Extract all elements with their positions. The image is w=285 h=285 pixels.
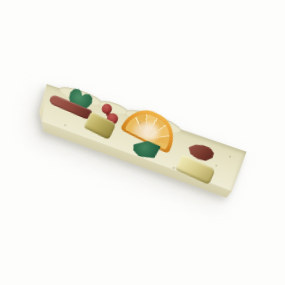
scene-white-background <box>0 0 285 285</box>
white-chocolate-bar <box>30 83 247 201</box>
